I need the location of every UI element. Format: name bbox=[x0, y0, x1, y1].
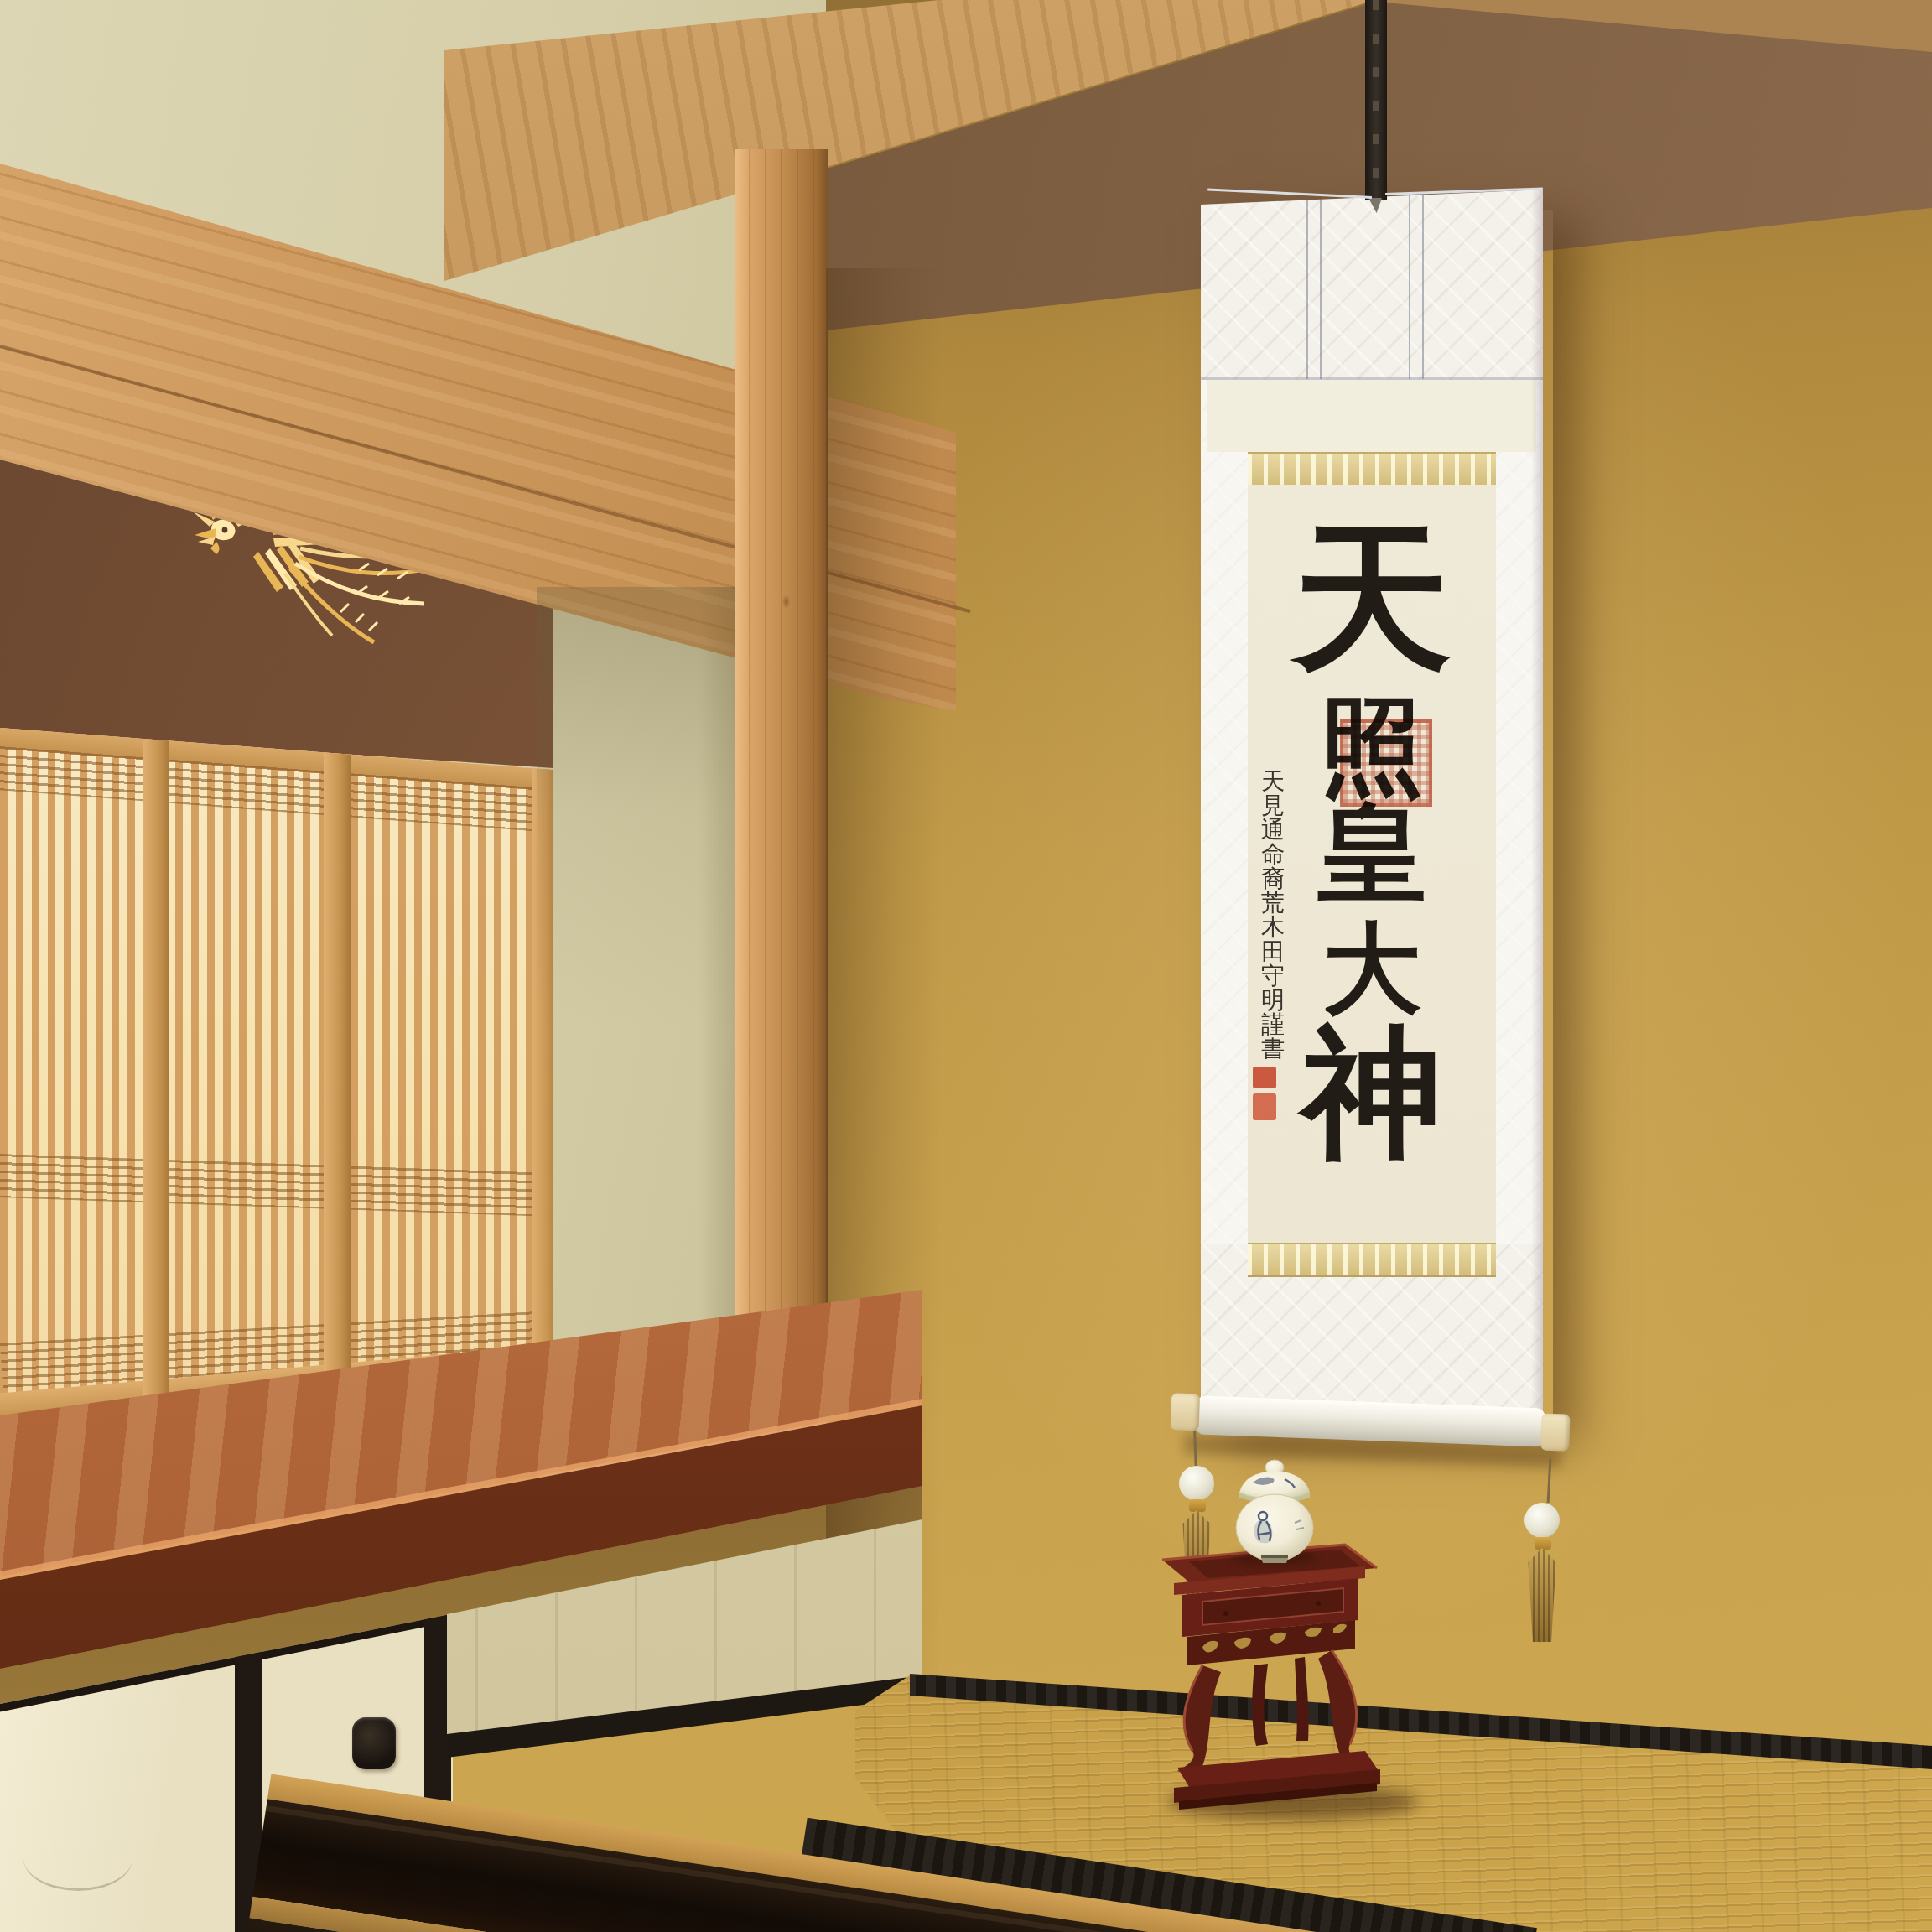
hanging-strap bbox=[1365, 0, 1387, 200]
gold-ichimonji-band-top bbox=[1248, 452, 1496, 486]
signature-char: 通 bbox=[1254, 818, 1291, 842]
fuchin-ball-left bbox=[1179, 1466, 1214, 1501]
rosewood-stand bbox=[1154, 1540, 1409, 1816]
signature-char: 書 bbox=[1254, 1037, 1291, 1061]
signature-char: 木 bbox=[1254, 916, 1291, 939]
futai-ribbon-line bbox=[1306, 195, 1308, 379]
roller-rod bbox=[1195, 1395, 1545, 1446]
wood-corner-post bbox=[735, 149, 828, 1340]
futai-ribbon-line bbox=[1409, 195, 1410, 379]
shoji-stile-right bbox=[324, 721, 351, 1472]
calligraphy-char-1: 天 bbox=[1263, 518, 1481, 678]
futai-ribbon-line bbox=[1422, 195, 1424, 379]
roller-knob-left bbox=[1171, 1393, 1201, 1431]
hanging-calligraphy-scroll: 天 照 皇 大 神 天 見 通 命 裔 荒 木 田 守 明 謹 書 bbox=[1201, 190, 1543, 1429]
roller-knob-right bbox=[1540, 1413, 1571, 1451]
shoji-kumiko-band-middle bbox=[0, 1154, 579, 1218]
signature-char: 天 bbox=[1254, 770, 1291, 793]
fuchin-cap-right bbox=[1535, 1537, 1551, 1550]
wall-strip-shading bbox=[537, 587, 745, 1392]
gold-ichimonji-band-bottom bbox=[1248, 1243, 1496, 1277]
signature-char: 謹 bbox=[1254, 1013, 1291, 1036]
calligraphy-char-3: 皇 bbox=[1263, 798, 1481, 907]
fuchin-ball-right bbox=[1524, 1503, 1560, 1538]
signature-char: 明 bbox=[1254, 989, 1291, 1012]
signature-char: 見 bbox=[1254, 794, 1291, 818]
fuchin-cap-left bbox=[1189, 1499, 1206, 1512]
signature-char: 命 bbox=[1254, 843, 1291, 866]
calligraphy-char-5: 神 bbox=[1263, 1021, 1481, 1162]
tatami-room-photo: 天 照 皇 大 神 天 見 通 命 裔 荒 木 田 守 明 謹 書 bbox=[0, 0, 1932, 1932]
signature-char: 荒 bbox=[1254, 891, 1291, 915]
signature-char: 裔 bbox=[1254, 867, 1291, 891]
scroll-paper-margin bbox=[1207, 380, 1536, 452]
calligraphy-char-4: 大 bbox=[1263, 919, 1481, 1018]
fusuma-watermark bbox=[23, 1826, 132, 1891]
signature-char: 守 bbox=[1254, 964, 1291, 988]
shoji-stile-left bbox=[143, 721, 169, 1472]
red-seal-stamp-large bbox=[1340, 719, 1432, 807]
porcelain-censer bbox=[1224, 1457, 1325, 1563]
red-seal-stamp-small-2 bbox=[1253, 1093, 1276, 1120]
futai-ribbon-line bbox=[1320, 195, 1322, 379]
scroll-edge-shade bbox=[1531, 190, 1543, 1429]
signature-char: 田 bbox=[1254, 940, 1291, 963]
red-seal-stamp-small-1 bbox=[1253, 1067, 1276, 1088]
